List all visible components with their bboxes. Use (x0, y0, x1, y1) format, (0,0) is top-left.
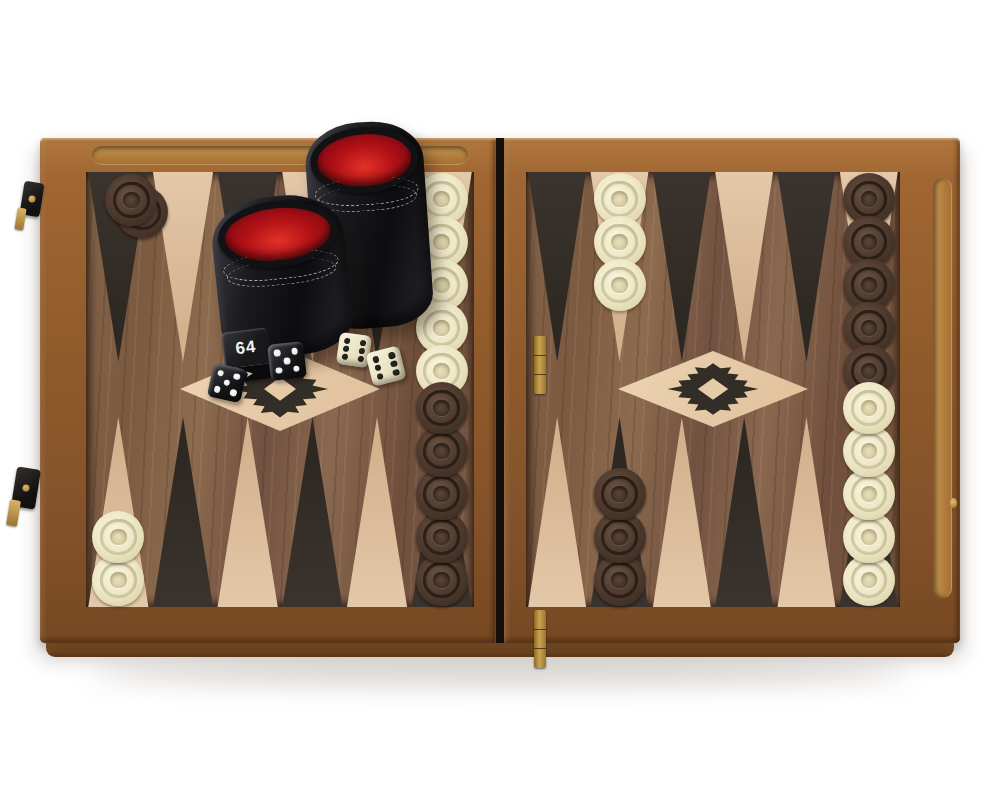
die-pip (388, 352, 396, 360)
brass-pin-right-edge (950, 498, 957, 508)
point-top-9[interactable] (652, 172, 712, 362)
board-shadow (90, 660, 910, 686)
die-pip (217, 369, 225, 377)
point-bottom-7[interactable] (527, 417, 587, 607)
die-pip (343, 345, 350, 352)
die-black-2[interactable] (267, 341, 307, 381)
point-bottom-2[interactable] (152, 417, 215, 607)
die-pip (342, 354, 349, 361)
board-front-edge (46, 643, 954, 657)
checker-brown[interactable] (105, 174, 157, 226)
checker-ivory[interactable] (594, 259, 646, 311)
point-top-11[interactable] (776, 172, 836, 362)
latch-keeper-top (14, 207, 26, 230)
die-pip (213, 385, 221, 393)
latch-keeper-bottom (6, 499, 21, 526)
die-pip (293, 365, 301, 373)
doubling-cube-value: 64 (221, 327, 271, 368)
die-pip (283, 357, 291, 365)
die-pip (276, 367, 284, 375)
checker-brown[interactable] (416, 382, 468, 434)
point-bottom-3[interactable] (216, 417, 279, 607)
die-pip (344, 337, 351, 344)
die-pip (223, 379, 231, 387)
point-top-10[interactable] (714, 172, 774, 362)
checker-brown[interactable] (594, 468, 646, 520)
die-pip (274, 350, 282, 358)
brass-hinge-bottom (534, 610, 546, 668)
point-bottom-5[interactable] (346, 417, 409, 607)
die-pip (291, 348, 299, 356)
die-pip (357, 356, 364, 363)
die-pip (358, 348, 365, 355)
die-pip (372, 355, 380, 363)
checker-storage-channel-right[interactable] (933, 178, 952, 598)
die-pip (229, 389, 237, 397)
die-pip (233, 373, 241, 381)
die-pip (359, 339, 366, 346)
point-bottom-10[interactable] (714, 417, 774, 607)
backgammon-set-scene: 64 ➤ (0, 0, 1000, 800)
diamond-inlay-right (618, 351, 808, 427)
point-bottom-4[interactable] (281, 417, 344, 607)
point-top-7[interactable] (527, 172, 587, 362)
die-black-1[interactable] (207, 363, 247, 403)
die-pip (374, 364, 382, 372)
die-pip (392, 369, 400, 377)
die-pip (376, 373, 384, 381)
die-pip (390, 360, 398, 368)
die-ivory-3[interactable] (336, 332, 372, 368)
point-bottom-9[interactable] (652, 417, 712, 607)
point-bottom-11[interactable] (776, 417, 836, 607)
checker-ivory[interactable] (92, 511, 144, 563)
checker-ivory[interactable] (843, 382, 895, 434)
